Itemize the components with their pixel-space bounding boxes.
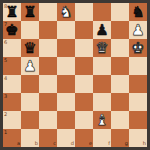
square-h5[interactable] [129, 57, 147, 75]
square-a5[interactable]: 5 [3, 57, 21, 75]
square-f2[interactable]: ♝ [93, 111, 111, 129]
square-g8[interactable] [111, 3, 129, 21]
square-g7[interactable] [111, 21, 129, 39]
rank-label-5: 5 [4, 58, 7, 63]
square-e2[interactable] [75, 111, 93, 129]
file-label-a: a [17, 141, 20, 146]
square-d1[interactable]: d [57, 129, 75, 147]
square-e3[interactable] [75, 93, 93, 111]
square-a1[interactable]: 1a [3, 129, 21, 147]
square-f7[interactable]: ♟ [93, 21, 111, 39]
square-g6[interactable] [111, 39, 129, 57]
file-label-h: h [143, 141, 146, 146]
white-pawn-h7[interactable]: ♟ [131, 21, 144, 39]
file-label-g: g [125, 141, 128, 146]
square-e7[interactable] [75, 21, 93, 39]
black-knight-h8[interactable]: ♞ [131, 3, 144, 21]
black-king-a7[interactable]: ♚ [5, 21, 18, 39]
file-label-f: f [108, 141, 110, 146]
square-h7[interactable]: ♟ [129, 21, 147, 39]
square-d2[interactable] [57, 111, 75, 129]
square-b6[interactable]: ♛ [21, 39, 39, 57]
square-f6[interactable]: ♛ [93, 39, 111, 57]
square-b5[interactable]: ♟ [21, 57, 39, 75]
rank-label-3: 3 [4, 94, 7, 99]
square-e5[interactable] [75, 57, 93, 75]
square-h8[interactable]: ♞ [129, 3, 147, 21]
square-c1[interactable]: c [39, 129, 57, 147]
square-e8[interactable] [75, 3, 93, 21]
chess-board: 8♜♜♞♞7♚♟♟6♛♛♚5♟432♝1abcdefgh [3, 3, 147, 147]
square-c4[interactable] [39, 75, 57, 93]
square-a8[interactable]: 8♜ [3, 3, 21, 21]
file-label-b: b [35, 141, 38, 146]
square-g1[interactable]: g [111, 129, 129, 147]
square-c7[interactable] [39, 21, 57, 39]
square-b2[interactable] [21, 111, 39, 129]
square-f3[interactable] [93, 93, 111, 111]
square-c3[interactable] [39, 93, 57, 111]
square-a6[interactable]: 6 [3, 39, 21, 57]
square-d5[interactable] [57, 57, 75, 75]
square-a2[interactable]: 2 [3, 111, 21, 129]
file-label-c: c [53, 141, 56, 146]
square-c6[interactable] [39, 39, 57, 57]
square-b3[interactable] [21, 93, 39, 111]
square-b1[interactable]: b [21, 129, 39, 147]
square-f8[interactable] [93, 3, 111, 21]
square-h3[interactable] [129, 93, 147, 111]
square-d3[interactable] [57, 93, 75, 111]
square-a7[interactable]: 7♚ [3, 21, 21, 39]
square-h4[interactable] [129, 75, 147, 93]
chess-board-frame: 8♜♜♞♞7♚♟♟6♛♛♚5♟432♝1abcdefgh [0, 0, 150, 150]
black-queen-b6[interactable]: ♛ [23, 39, 36, 57]
file-label-e: e [89, 141, 92, 146]
square-h2[interactable] [129, 111, 147, 129]
square-h6[interactable]: ♚ [129, 39, 147, 57]
square-f1[interactable]: f [93, 129, 111, 147]
square-e4[interactable] [75, 75, 93, 93]
black-pawn-f7[interactable]: ♟ [95, 21, 108, 39]
square-h1[interactable]: h [129, 129, 147, 147]
rank-label-2: 2 [4, 112, 7, 117]
square-c2[interactable] [39, 111, 57, 129]
white-knight-d8[interactable]: ♞ [59, 3, 72, 21]
white-bishop-f2[interactable]: ♝ [95, 111, 108, 129]
square-d7[interactable] [57, 21, 75, 39]
square-g2[interactable] [111, 111, 129, 129]
square-c5[interactable] [39, 57, 57, 75]
square-b7[interactable] [21, 21, 39, 39]
black-rook-b8[interactable]: ♜ [23, 3, 36, 21]
square-d8[interactable]: ♞ [57, 3, 75, 21]
square-a4[interactable]: 4 [3, 75, 21, 93]
square-a3[interactable]: 3 [3, 93, 21, 111]
rank-label-1: 1 [4, 130, 7, 135]
square-e6[interactable] [75, 39, 93, 57]
white-queen-f6[interactable]: ♛ [95, 39, 108, 57]
square-b4[interactable] [21, 75, 39, 93]
square-g4[interactable] [111, 75, 129, 93]
white-pawn-b5[interactable]: ♟ [23, 57, 36, 75]
square-b8[interactable]: ♜ [21, 3, 39, 21]
square-g3[interactable] [111, 93, 129, 111]
square-f5[interactable] [93, 57, 111, 75]
square-f4[interactable] [93, 75, 111, 93]
white-king-h6[interactable]: ♚ [131, 39, 144, 57]
square-d4[interactable] [57, 75, 75, 93]
square-c8[interactable] [39, 3, 57, 21]
square-e1[interactable]: e [75, 129, 93, 147]
rank-label-6: 6 [4, 40, 7, 45]
rank-label-4: 4 [4, 76, 7, 81]
file-label-d: d [71, 141, 74, 146]
square-g5[interactable] [111, 57, 129, 75]
square-d6[interactable] [57, 39, 75, 57]
black-rook-a8[interactable]: ♜ [5, 3, 18, 21]
